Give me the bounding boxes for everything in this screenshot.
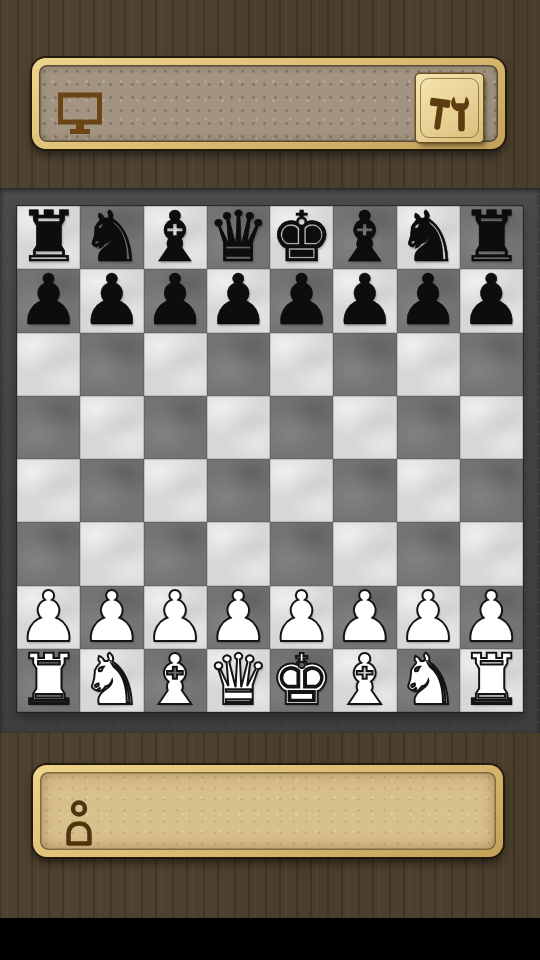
square-f5[interactable] [333, 396, 396, 459]
square-h4[interactable] [460, 459, 523, 522]
square-h6[interactable] [460, 333, 523, 396]
app-screen: ♜♞♝♛♚♝♞♜♟♟♟♟♟♟♟♟♟♟♟♟♟♟♟♟♜♞♝♛♚♝♞♜ [0, 0, 540, 960]
square-c6[interactable] [144, 333, 207, 396]
square-b1[interactable]: ♞ [80, 649, 143, 712]
square-e7[interactable]: ♟ [270, 269, 333, 332]
square-c5[interactable] [144, 396, 207, 459]
white-bishop[interactable]: ♝ [144, 649, 207, 712]
opponent-panel-surface [39, 65, 498, 142]
square-e4[interactable] [270, 459, 333, 522]
square-c4[interactable] [144, 459, 207, 522]
white-queen[interactable]: ♛ [207, 649, 270, 712]
square-a5[interactable] [17, 396, 80, 459]
square-g4[interactable] [397, 459, 460, 522]
square-d4[interactable] [207, 459, 270, 522]
square-g1[interactable]: ♞ [397, 649, 460, 712]
board-grid[interactable]: ♜♞♝♛♚♝♞♜♟♟♟♟♟♟♟♟♟♟♟♟♟♟♟♟♜♞♝♛♚♝♞♜ [17, 206, 523, 712]
computer-monitor-icon [57, 92, 103, 136]
chess-board: ♜♞♝♛♚♝♞♜♟♟♟♟♟♟♟♟♟♟♟♟♟♟♟♟♜♞♝♛♚♝♞♜ [0, 188, 540, 733]
square-h7[interactable]: ♟ [460, 269, 523, 332]
opponent-panel [32, 58, 505, 149]
white-rook[interactable]: ♜ [17, 649, 80, 712]
square-g7[interactable]: ♟ [397, 269, 460, 332]
player-panel-surface [40, 772, 496, 850]
person-icon [64, 800, 94, 846]
square-h5[interactable] [460, 396, 523, 459]
square-f4[interactable] [333, 459, 396, 522]
player-panel [33, 765, 503, 857]
square-f1[interactable]: ♝ [333, 649, 396, 712]
system-bar-area [0, 918, 540, 960]
square-a1[interactable]: ♜ [17, 649, 80, 712]
square-f7[interactable]: ♟ [333, 269, 396, 332]
square-c7[interactable]: ♟ [144, 269, 207, 332]
black-pawn[interactable]: ♟ [17, 269, 80, 332]
square-e6[interactable] [270, 333, 333, 396]
black-pawn[interactable]: ♟ [333, 269, 396, 332]
square-c1[interactable]: ♝ [144, 649, 207, 712]
square-a7[interactable]: ♟ [17, 269, 80, 332]
black-pawn[interactable]: ♟ [270, 269, 333, 332]
square-b7[interactable]: ♟ [80, 269, 143, 332]
black-pawn[interactable]: ♟ [207, 269, 270, 332]
white-bishop[interactable]: ♝ [333, 649, 396, 712]
square-d7[interactable]: ♟ [207, 269, 270, 332]
black-pawn[interactable]: ♟ [397, 269, 460, 332]
white-rook[interactable]: ♜ [460, 649, 523, 712]
white-knight[interactable]: ♞ [80, 649, 143, 712]
hammer-wrench-icon [416, 92, 483, 136]
black-pawn[interactable]: ♟ [80, 269, 143, 332]
white-knight[interactable]: ♞ [397, 649, 460, 712]
square-e5[interactable] [270, 396, 333, 459]
square-g5[interactable] [397, 396, 460, 459]
square-b6[interactable] [80, 333, 143, 396]
square-d6[interactable] [207, 333, 270, 396]
square-a6[interactable] [17, 333, 80, 396]
black-pawn[interactable]: ♟ [144, 269, 207, 332]
square-b4[interactable] [80, 459, 143, 522]
square-d1[interactable]: ♛ [207, 649, 270, 712]
square-h1[interactable]: ♜ [460, 649, 523, 712]
square-f6[interactable] [333, 333, 396, 396]
square-a4[interactable] [17, 459, 80, 522]
square-d5[interactable] [207, 396, 270, 459]
white-king[interactable]: ♚ [270, 649, 333, 712]
settings-button[interactable] [416, 74, 483, 142]
square-b5[interactable] [80, 396, 143, 459]
square-e1[interactable]: ♚ [270, 649, 333, 712]
black-pawn[interactable]: ♟ [460, 269, 523, 332]
square-g6[interactable] [397, 333, 460, 396]
